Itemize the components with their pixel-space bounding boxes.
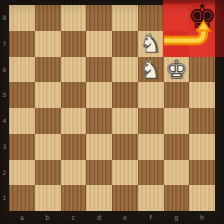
square-e3[interactable] — [112, 134, 138, 160]
square-d8[interactable] — [86, 5, 112, 31]
square-e8[interactable] — [112, 5, 138, 31]
chessboard: 87654321abcdefgh ♚♞♞♚ — [0, 0, 224, 224]
square-e1[interactable] — [112, 185, 138, 211]
square-a3[interactable] — [9, 134, 35, 160]
square-g3[interactable] — [164, 134, 190, 160]
square-e7[interactable] — [112, 31, 138, 57]
square-b7[interactable] — [35, 31, 61, 57]
square-d3[interactable] — [86, 134, 112, 160]
square-a1[interactable] — [9, 185, 35, 211]
square-h2[interactable] — [189, 160, 215, 186]
square-d7[interactable] — [86, 31, 112, 57]
square-a8[interactable] — [9, 5, 35, 31]
square-e4[interactable] — [112, 108, 138, 134]
file-label-h: h — [189, 212, 215, 224]
square-a6[interactable] — [9, 57, 35, 83]
square-c5[interactable] — [61, 82, 87, 108]
square-g1[interactable] — [164, 185, 190, 211]
square-b1[interactable] — [35, 185, 61, 211]
square-f8[interactable] — [138, 5, 164, 31]
square-h4[interactable] — [189, 108, 215, 134]
file-label-g: g — [164, 212, 190, 224]
square-e6[interactable] — [112, 57, 138, 83]
rank-label-5: 5 — [0, 82, 9, 108]
square-c3[interactable] — [61, 134, 87, 160]
square-e2[interactable] — [112, 160, 138, 186]
rank-label-7: 7 — [0, 31, 9, 57]
square-d2[interactable] — [86, 160, 112, 186]
square-d1[interactable] — [86, 185, 112, 211]
square-d5[interactable] — [86, 82, 112, 108]
file-label-e: e — [112, 212, 138, 224]
square-c7[interactable] — [61, 31, 87, 57]
square-f5[interactable] — [138, 82, 164, 108]
file-label-c: c — [61, 212, 87, 224]
piece-black-king-h8[interactable]: ♚ — [189, 5, 215, 31]
rank-label-2: 2 — [0, 160, 9, 186]
square-g2[interactable] — [164, 160, 190, 186]
rank-label-6: 6 — [0, 57, 9, 83]
square-c2[interactable] — [61, 160, 87, 186]
rank-label-4: 4 — [0, 108, 9, 134]
square-c4[interactable] — [61, 108, 87, 134]
square-h1[interactable] — [189, 185, 215, 211]
square-a2[interactable] — [9, 160, 35, 186]
square-h5[interactable] — [189, 82, 215, 108]
square-a7[interactable] — [9, 31, 35, 57]
piece-white-knight-f6[interactable]: ♞ — [138, 57, 164, 83]
piece-white-knight-f7[interactable]: ♞ — [138, 31, 164, 57]
rank-label-3: 3 — [0, 134, 9, 160]
black-king-icon: ♚ — [187, 0, 217, 33]
square-b8[interactable] — [35, 5, 61, 31]
square-b3[interactable] — [35, 134, 61, 160]
square-c1[interactable] — [61, 185, 87, 211]
square-b2[interactable] — [35, 160, 61, 186]
square-h3[interactable] — [189, 134, 215, 160]
square-f2[interactable] — [138, 160, 164, 186]
square-b5[interactable] — [35, 82, 61, 108]
square-a5[interactable] — [9, 82, 35, 108]
square-h6[interactable] — [189, 57, 215, 83]
file-label-b: b — [35, 212, 61, 224]
piece-white-king-g6[interactable]: ♚ — [164, 57, 190, 83]
file-label-d: d — [86, 212, 112, 224]
white-knight-icon: ♞ — [139, 31, 161, 56]
square-b4[interactable] — [35, 108, 61, 134]
square-f3[interactable] — [138, 134, 164, 160]
square-c6[interactable] — [61, 57, 87, 83]
rank-label-8: 8 — [0, 5, 9, 31]
file-label-a: a — [9, 212, 35, 224]
square-c8[interactable] — [61, 5, 87, 31]
square-f1[interactable] — [138, 185, 164, 211]
square-d6[interactable] — [86, 57, 112, 83]
white-knight-icon: ♞ — [139, 57, 161, 82]
file-label-f: f — [138, 212, 164, 224]
square-g4[interactable] — [164, 108, 190, 134]
square-f4[interactable] — [138, 108, 164, 134]
square-b6[interactable] — [35, 57, 61, 83]
square-e5[interactable] — [112, 82, 138, 108]
rank-label-1: 1 — [0, 185, 9, 211]
square-a4[interactable] — [9, 108, 35, 134]
square-d4[interactable] — [86, 108, 112, 134]
white-king-icon: ♚ — [165, 57, 187, 82]
square-g5[interactable] — [164, 82, 190, 108]
